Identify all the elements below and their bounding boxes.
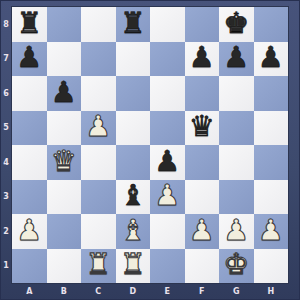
square-g5[interactable] (219, 111, 254, 146)
black-bishop: ♝ (120, 181, 146, 210)
chess-board: ♜♜♚♟♟♟♟♟♟♛♛♟♝♟♟♝♟♟♟♜♜♚ (12, 7, 288, 283)
square-b6[interactable]: ♟ (47, 76, 82, 111)
file-label-d: D (116, 285, 151, 298)
rank-label-7: 7 (0, 42, 12, 77)
square-g8[interactable]: ♚ (219, 7, 254, 42)
square-d8[interactable]: ♜ (116, 7, 151, 42)
square-h2[interactable]: ♟ (254, 214, 289, 249)
white-rook: ♜ (120, 250, 146, 279)
square-b7[interactable] (47, 42, 82, 77)
rank-label-8: 8 (0, 7, 12, 42)
square-g2[interactable]: ♟ (219, 214, 254, 249)
file-label-g: G (219, 285, 254, 298)
square-f5[interactable]: ♛ (185, 111, 220, 146)
rank-label-4: 4 (0, 145, 12, 180)
square-a7[interactable]: ♟ (12, 42, 47, 77)
square-d3[interactable]: ♝ (116, 180, 151, 215)
black-pawn: ♟ (51, 78, 77, 107)
white-pawn: ♟ (223, 216, 249, 245)
square-h6[interactable] (254, 76, 289, 111)
square-c3[interactable] (81, 180, 116, 215)
black-queen: ♛ (189, 112, 215, 141)
file-label-b: B (47, 285, 82, 298)
square-a1[interactable] (12, 249, 47, 284)
white-pawn: ♟ (189, 216, 215, 245)
square-h1[interactable] (254, 249, 289, 284)
square-h3[interactable] (254, 180, 289, 215)
square-c8[interactable] (81, 7, 116, 42)
square-f7[interactable]: ♟ (185, 42, 220, 77)
rank-label-1: 1 (0, 249, 12, 284)
black-king: ♚ (223, 9, 249, 38)
file-label-e: E (150, 285, 185, 298)
square-e7[interactable] (150, 42, 185, 77)
rank-label-6: 6 (0, 76, 12, 111)
black-pawn: ♟ (154, 147, 180, 176)
square-b5[interactable] (47, 111, 82, 146)
black-rook: ♜ (120, 9, 146, 38)
square-b1[interactable] (47, 249, 82, 284)
square-f1[interactable] (185, 249, 220, 284)
black-pawn: ♟ (16, 43, 42, 72)
white-pawn: ♟ (16, 216, 42, 245)
square-g3[interactable] (219, 180, 254, 215)
square-g1[interactable]: ♚ (219, 249, 254, 284)
rank-label-3: 3 (0, 180, 12, 215)
black-pawn: ♟ (223, 43, 249, 72)
square-f6[interactable] (185, 76, 220, 111)
square-e6[interactable] (150, 76, 185, 111)
square-b4[interactable]: ♛ (47, 145, 82, 180)
square-a6[interactable] (12, 76, 47, 111)
square-f4[interactable] (185, 145, 220, 180)
square-f2[interactable]: ♟ (185, 214, 220, 249)
black-rook: ♜ (16, 9, 42, 38)
white-bishop: ♝ (120, 216, 146, 245)
square-c4[interactable] (81, 145, 116, 180)
square-d6[interactable] (116, 76, 151, 111)
square-g4[interactable] (219, 145, 254, 180)
rank-label-2: 2 (0, 214, 12, 249)
file-label-a: A (12, 285, 47, 298)
file-label-h: H (254, 285, 289, 298)
square-e2[interactable] (150, 214, 185, 249)
square-h4[interactable] (254, 145, 289, 180)
white-queen: ♛ (51, 147, 77, 176)
rank-label-5: 5 (0, 111, 12, 146)
square-g7[interactable]: ♟ (219, 42, 254, 77)
black-pawn: ♟ (189, 43, 215, 72)
square-a3[interactable] (12, 180, 47, 215)
square-c6[interactable] (81, 76, 116, 111)
square-h5[interactable] (254, 111, 289, 146)
black-pawn: ♟ (258, 43, 284, 72)
white-pawn: ♟ (85, 112, 111, 141)
square-e3[interactable]: ♟ (150, 180, 185, 215)
square-h7[interactable]: ♟ (254, 42, 289, 77)
square-c2[interactable] (81, 214, 116, 249)
square-h8[interactable] (254, 7, 289, 42)
square-a8[interactable]: ♜ (12, 7, 47, 42)
white-pawn: ♟ (258, 216, 284, 245)
square-b2[interactable] (47, 214, 82, 249)
square-b8[interactable] (47, 7, 82, 42)
square-d7[interactable] (116, 42, 151, 77)
square-d5[interactable] (116, 111, 151, 146)
file-label-c: C (81, 285, 116, 298)
board-frame: ♜♜♚♟♟♟♟♟♟♛♛♟♝♟♟♝♟♟♟♜♜♚ 87654321ABCDEFGH (0, 0, 300, 300)
white-rook: ♜ (85, 250, 111, 279)
square-g6[interactable] (219, 76, 254, 111)
square-d1[interactable]: ♜ (116, 249, 151, 284)
square-b3[interactable] (47, 180, 82, 215)
white-king: ♚ (223, 250, 249, 279)
square-e4[interactable]: ♟ (150, 145, 185, 180)
square-f3[interactable] (185, 180, 220, 215)
square-e5[interactable] (150, 111, 185, 146)
square-e8[interactable] (150, 7, 185, 42)
square-e1[interactable] (150, 249, 185, 284)
square-a2[interactable]: ♟ (12, 214, 47, 249)
square-c7[interactable] (81, 42, 116, 77)
square-a5[interactable] (12, 111, 47, 146)
square-d2[interactable]: ♝ (116, 214, 151, 249)
square-c5[interactable]: ♟ (81, 111, 116, 146)
square-c1[interactable]: ♜ (81, 249, 116, 284)
square-f8[interactable] (185, 7, 220, 42)
square-a4[interactable] (12, 145, 47, 180)
square-d4[interactable] (116, 145, 151, 180)
white-pawn: ♟ (154, 181, 180, 210)
file-label-f: F (185, 285, 220, 298)
